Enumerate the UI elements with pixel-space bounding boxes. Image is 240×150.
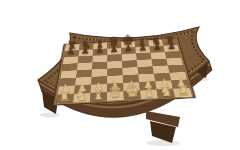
square-f1: ♝ [140,90,158,100]
square-a1: ♜ [56,94,74,104]
square-c1: ♝ [90,92,107,102]
chess-board-grid: ♜♞♝♛♚♝♞♜♟♟♟♟♟♟♟♟♟♟♟♟♟♟♟♟♜♞♝♛♚♝♞♜ [56,39,192,103]
square-d2: ♟ [107,83,123,92]
square-d1: ♛ [107,91,124,101]
foot-shadow [146,140,180,146]
square-f3 [138,74,155,83]
foot-shadow [40,113,60,118]
square-b3 [75,77,91,86]
square-e1: ♚ [124,90,141,100]
product-photo: ♜♞♝♛♚♝♞♜♟♟♟♟♟♟♟♟♟♟♟♟♟♟♟♟♜♞♝♛♚♝♞♜ [0,0,240,150]
square-h3 [169,72,187,81]
square-b1: ♞ [73,93,91,103]
board-perspective-wrapper: ♜♞♝♛♚♝♞♜♟♟♟♟♟♟♟♟♟♟♟♟♟♟♟♟♜♞♝♛♚♝♞♜ [56,39,192,103]
square-h1: ♜ [173,88,192,98]
square-g1: ♞ [157,89,175,99]
